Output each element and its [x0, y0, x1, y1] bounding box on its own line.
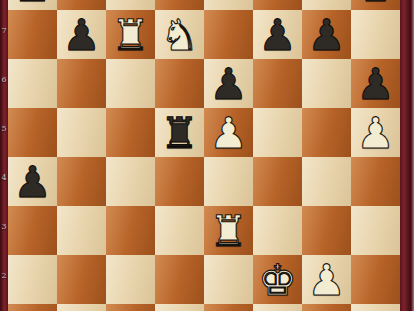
square-e6[interactable]: ♟ — [204, 59, 253, 108]
rank-label-6: 6 — [0, 76, 8, 84]
square-c4[interactable] — [106, 157, 155, 206]
square-a4[interactable]: ♟ — [8, 157, 57, 206]
square-d1[interactable] — [155, 304, 204, 311]
piece-black-pawn-f7[interactable]: ♟ — [253, 10, 302, 59]
square-c8[interactable] — [106, 0, 155, 10]
square-g1[interactable] — [302, 304, 351, 311]
square-a6[interactable] — [8, 59, 57, 108]
square-h2[interactable] — [351, 255, 400, 304]
square-f1[interactable] — [253, 304, 302, 311]
board-border-left — [0, 0, 8, 311]
square-g8[interactable] — [302, 0, 351, 10]
rank-label-7: 7 — [0, 27, 8, 35]
square-b3[interactable] — [57, 206, 106, 255]
square-d3[interactable] — [155, 206, 204, 255]
square-d7[interactable]: ♞ — [155, 10, 204, 59]
piece-black-pawn-e6[interactable]: ♟ — [204, 59, 253, 108]
piece-black-rook-d5[interactable]: ♜ — [155, 108, 204, 157]
square-h5[interactable]: ♟ — [351, 108, 400, 157]
square-a5[interactable] — [8, 108, 57, 157]
piece-black-pawn-a4[interactable]: ♟ — [8, 157, 57, 206]
square-b6[interactable] — [57, 59, 106, 108]
piece-black-rook-a8[interactable]: ♜ — [8, 0, 57, 10]
square-g7[interactable]: ♟ — [302, 10, 351, 59]
square-b1[interactable] — [57, 304, 106, 311]
square-e5[interactable]: ♟ — [204, 108, 253, 157]
board-grid: ♜♚♟♜♞♟♟♟♟♜♟♟♟♜♚♟ — [8, 0, 400, 311]
square-d8[interactable] — [155, 0, 204, 10]
piece-white-pawn-e5[interactable]: ♟ — [204, 108, 253, 157]
square-g3[interactable] — [302, 206, 351, 255]
square-c1[interactable] — [106, 304, 155, 311]
square-h6[interactable]: ♟ — [351, 59, 400, 108]
piece-white-knight-d7[interactable]: ♞ — [155, 10, 204, 59]
square-b7[interactable]: ♟ — [57, 10, 106, 59]
square-f2[interactable]: ♚ — [253, 255, 302, 304]
piece-white-rook-e3[interactable]: ♜ — [204, 206, 253, 255]
square-c3[interactable] — [106, 206, 155, 255]
square-a8[interactable]: ♜ — [8, 0, 57, 10]
chess-board-screenshot: ♜♚♟♜♞♟♟♟♟♜♟♟♟♜♚♟ 765432 — [0, 0, 414, 311]
square-e1[interactable] — [204, 304, 253, 311]
rank-label-3: 3 — [0, 223, 8, 231]
square-f8[interactable] — [253, 0, 302, 10]
piece-white-pawn-g2[interactable]: ♟ — [302, 255, 351, 304]
square-g2[interactable]: ♟ — [302, 255, 351, 304]
square-e4[interactable] — [204, 157, 253, 206]
square-f3[interactable] — [253, 206, 302, 255]
square-g6[interactable] — [302, 59, 351, 108]
piece-black-pawn-g7[interactable]: ♟ — [302, 10, 351, 59]
square-d6[interactable] — [155, 59, 204, 108]
square-f6[interactable] — [253, 59, 302, 108]
square-f5[interactable] — [253, 108, 302, 157]
rank-label-5: 5 — [0, 125, 8, 133]
piece-white-king-f2[interactable]: ♚ — [253, 255, 302, 304]
square-d2[interactable] — [155, 255, 204, 304]
square-c6[interactable] — [106, 59, 155, 108]
board-border-right — [400, 0, 414, 311]
square-h8[interactable]: ♚ — [351, 0, 400, 10]
square-c5[interactable] — [106, 108, 155, 157]
square-d4[interactable] — [155, 157, 204, 206]
square-f4[interactable] — [253, 157, 302, 206]
square-c7[interactable]: ♜ — [106, 10, 155, 59]
square-g4[interactable] — [302, 157, 351, 206]
square-b2[interactable] — [57, 255, 106, 304]
piece-white-pawn-h5[interactable]: ♟ — [351, 108, 400, 157]
square-d5[interactable]: ♜ — [155, 108, 204, 157]
piece-black-pawn-h6[interactable]: ♟ — [351, 59, 400, 108]
rank-label-4: 4 — [0, 174, 8, 182]
piece-black-king-h8[interactable]: ♚ — [351, 0, 400, 10]
piece-black-pawn-b7[interactable]: ♟ — [57, 10, 106, 59]
piece-white-rook-c7[interactable]: ♜ — [106, 10, 155, 59]
square-h7[interactable] — [351, 10, 400, 59]
square-e3[interactable]: ♜ — [204, 206, 253, 255]
square-a3[interactable] — [8, 206, 57, 255]
square-h1[interactable] — [351, 304, 400, 311]
square-b4[interactable] — [57, 157, 106, 206]
square-e8[interactable] — [204, 0, 253, 10]
square-a7[interactable] — [8, 10, 57, 59]
square-c2[interactable] — [106, 255, 155, 304]
square-e2[interactable] — [204, 255, 253, 304]
square-g5[interactable] — [302, 108, 351, 157]
square-h4[interactable] — [351, 157, 400, 206]
square-f7[interactable]: ♟ — [253, 10, 302, 59]
square-a1[interactable] — [8, 304, 57, 311]
square-b8[interactable] — [57, 0, 106, 10]
square-e7[interactable] — [204, 10, 253, 59]
square-b5[interactable] — [57, 108, 106, 157]
square-a2[interactable] — [8, 255, 57, 304]
square-h3[interactable] — [351, 206, 400, 255]
rank-label-2: 2 — [0, 272, 8, 280]
